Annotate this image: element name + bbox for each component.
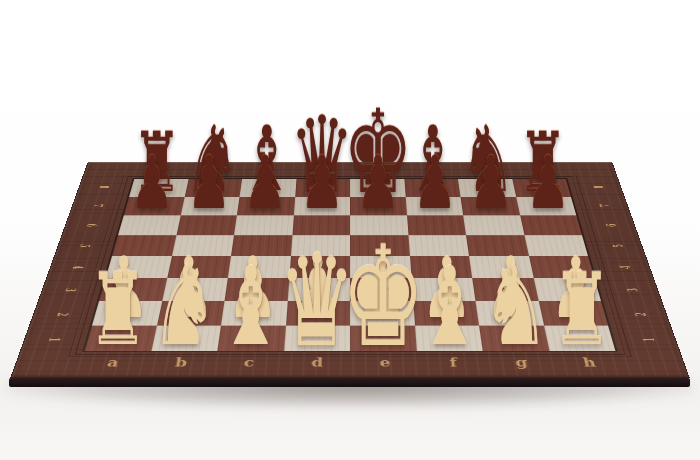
piece-white-bishop-c1[interactable]: ♝ xyxy=(218,253,284,361)
piece-white-rook-h1[interactable]: ♜ xyxy=(552,260,612,359)
piece-black-pawn-h7[interactable]: ♟ xyxy=(526,147,571,220)
rank-label-right-1: 1 xyxy=(640,338,658,342)
rank-label-left-3: 3 xyxy=(61,288,78,292)
rank-label-right-4: 4 xyxy=(617,266,633,269)
rank-label-left-1: 1 xyxy=(45,338,63,342)
piece-white-knight-g1[interactable]: ♞ xyxy=(482,251,549,361)
rank-label-left-4: 4 xyxy=(69,266,85,269)
rank-label-left-6: 6 xyxy=(83,224,98,227)
rank-label-left-8: 8 xyxy=(96,186,111,189)
piece-white-knight-b1[interactable]: ♞ xyxy=(151,251,218,361)
rank-label-right-6: 6 xyxy=(603,224,618,227)
piece-black-pawn-g7[interactable]: ♟ xyxy=(469,147,514,220)
rank-label-right-2: 2 xyxy=(631,312,648,316)
rank-label-right-7: 7 xyxy=(597,204,612,207)
board-front-edge xyxy=(9,378,690,387)
piece-black-pawn-b7[interactable]: ♟ xyxy=(186,147,231,220)
rank-label-right-5: 5 xyxy=(610,244,626,247)
rank-label-left-2: 2 xyxy=(53,312,70,316)
rank-label-left-5: 5 xyxy=(76,244,92,247)
piece-black-pawn-f7[interactable]: ♟ xyxy=(412,147,457,220)
piece-black-pawn-d7[interactable]: ♟ xyxy=(299,147,344,220)
piece-white-bishop-f1[interactable]: ♝ xyxy=(417,253,483,361)
piece-black-pawn-a7[interactable]: ♟ xyxy=(130,147,175,220)
piece-white-king-e1[interactable]: ♚ xyxy=(341,228,426,367)
piece-black-pawn-c7[interactable]: ♟ xyxy=(243,147,288,220)
piece-white-rook-a1[interactable]: ♜ xyxy=(88,260,148,359)
piece-black-pawn-e7[interactable]: ♟ xyxy=(356,147,401,220)
rank-label-left-7: 7 xyxy=(90,204,105,207)
rank-label-right-8: 8 xyxy=(591,186,606,189)
chess-set-photo: abcdefgh1234567812345678 ♜♞♝♛♚♝♞♜♟♟♟♟♟♟♟… xyxy=(0,0,700,460)
rank-label-right-3: 3 xyxy=(624,288,641,292)
